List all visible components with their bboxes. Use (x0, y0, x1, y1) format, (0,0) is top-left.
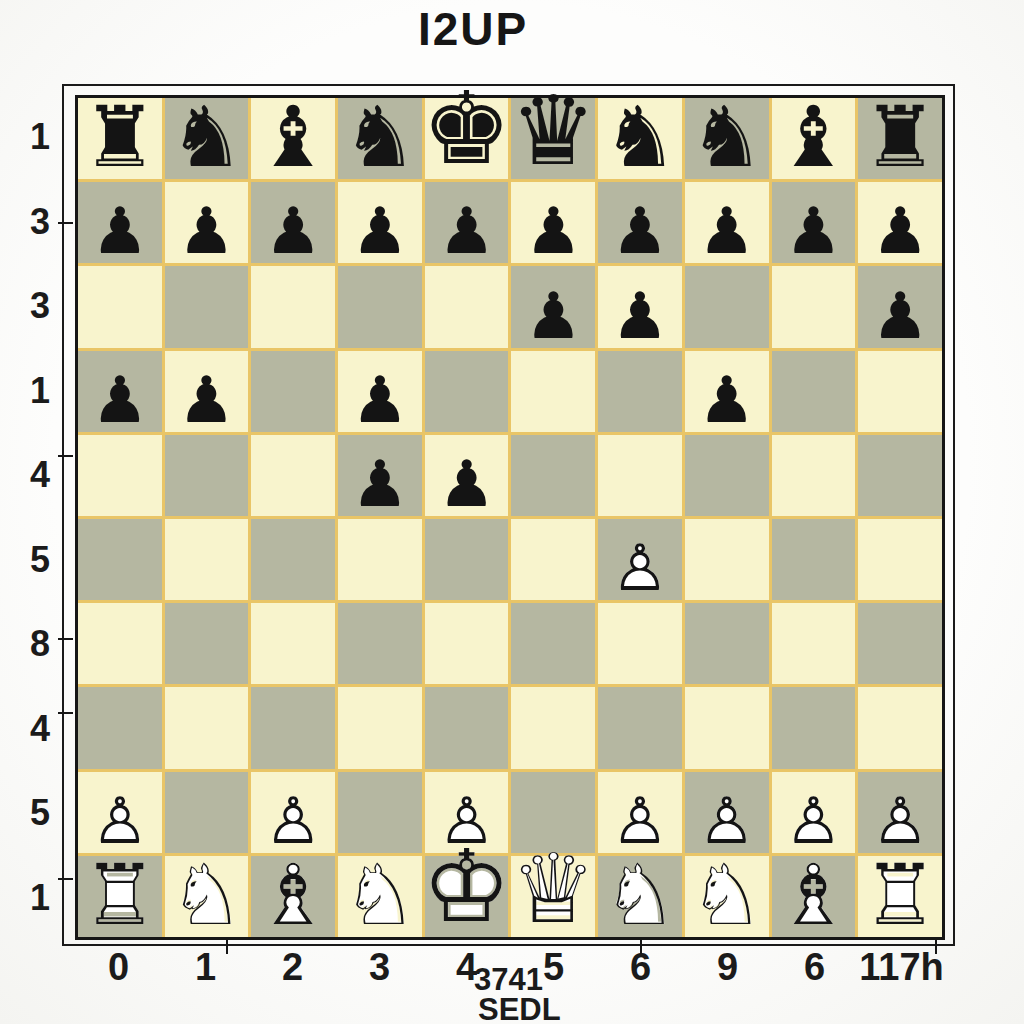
black-pawn-icon: ♟ (611, 284, 668, 348)
black-king-icon: ♚ (422, 79, 512, 179)
square-r6c9[interactable] (772, 519, 856, 600)
square-r1c7[interactable]: ♞ (598, 98, 682, 179)
square-r1c8[interactable]: ♞ (685, 98, 769, 179)
square-r5c8[interactable] (685, 435, 769, 516)
black-knight-icon: ♞ (602, 95, 677, 179)
square-r8c10[interactable] (858, 687, 942, 768)
square-r10c3[interactable]: ♝♗ (251, 856, 335, 937)
rank-label: 1 (10, 349, 58, 434)
square-r2c4[interactable]: ♟ (338, 182, 422, 263)
white-pawn-icon: ♟♙ (438, 789, 495, 853)
square-r4c10[interactable] (858, 351, 942, 432)
square-r10c5[interactable]: ♚♔ (425, 856, 509, 937)
rank-label: 5 (10, 518, 58, 603)
square-r7c6[interactable] (511, 603, 595, 684)
file-label: 0 (75, 946, 162, 992)
black-queen-icon: ♛ (510, 83, 596, 179)
square-r1c6[interactable]: ♛ (511, 98, 595, 179)
square-r2c3[interactable]: ♟ (251, 182, 335, 263)
square-r3c4[interactable] (338, 266, 422, 347)
square-r4c2[interactable]: ♟ (165, 351, 249, 432)
tick-mark (58, 638, 73, 640)
square-r10c4[interactable]: ♞♘ (338, 856, 422, 937)
white-knight-icon: ♞♘ (169, 853, 244, 937)
square-r9c8[interactable]: ♟♙ (685, 772, 769, 853)
file-label: 1 (162, 946, 249, 992)
square-r3c2[interactable] (165, 266, 249, 347)
white-knight-icon: ♞♘ (689, 853, 764, 937)
black-pawn-icon: ♟ (351, 368, 408, 432)
square-r7c10[interactable] (858, 603, 942, 684)
rank-label: 3 (10, 180, 58, 265)
square-r5c4[interactable]: ♟ (338, 435, 422, 516)
square-r9c9[interactable]: ♟♙ (772, 772, 856, 853)
tick-mark (58, 455, 73, 457)
black-rook-icon: ♜ (82, 95, 157, 179)
square-r2c6[interactable]: ♟ (511, 182, 595, 263)
black-pawn-icon: ♟ (525, 199, 582, 263)
square-r5c2[interactable] (165, 435, 249, 516)
square-r9c6[interactable] (511, 772, 595, 853)
square-r8c3[interactable] (251, 687, 335, 768)
black-pawn-icon: ♟ (351, 199, 408, 263)
white-queen-icon: ♛♕ (510, 841, 596, 937)
tick-mark (640, 940, 642, 954)
black-pawn-icon: ♟ (91, 199, 148, 263)
square-r6c10[interactable] (858, 519, 942, 600)
square-r2c10[interactable]: ♟ (858, 182, 942, 263)
square-r5c6[interactable] (511, 435, 595, 516)
square-r9c4[interactable] (338, 772, 422, 853)
white-pawn-icon: ♟♙ (785, 789, 842, 853)
square-r7c3[interactable] (251, 603, 335, 684)
square-r10c8[interactable]: ♞♘ (685, 856, 769, 937)
square-r8c2[interactable] (165, 687, 249, 768)
black-pawn-icon: ♟ (525, 284, 582, 348)
black-bishop-icon: ♝ (256, 95, 331, 179)
square-r7c7[interactable] (598, 603, 682, 684)
rank-label: 1 (10, 856, 58, 941)
black-knight-icon: ♞ (689, 95, 764, 179)
square-r8c7[interactable] (598, 687, 682, 768)
rank-label: 3 (10, 264, 58, 349)
square-r4c5[interactable] (425, 351, 509, 432)
square-r5c1[interactable] (78, 435, 162, 516)
square-r8c6[interactable] (511, 687, 595, 768)
square-r6c8[interactable] (685, 519, 769, 600)
file-label: 6 (771, 946, 858, 992)
square-r8c4[interactable] (338, 687, 422, 768)
white-pawn-icon: ♟♙ (611, 789, 668, 853)
square-r9c3[interactable]: ♟♙ (251, 772, 335, 853)
black-pawn-icon: ♟ (438, 452, 495, 516)
square-r5c9[interactable] (772, 435, 856, 516)
square-r3c10[interactable]: ♟ (858, 266, 942, 347)
square-r3c7[interactable]: ♟ (598, 266, 682, 347)
square-r7c4[interactable] (338, 603, 422, 684)
square-r1c4[interactable]: ♞ (338, 98, 422, 179)
square-r7c1[interactable] (78, 603, 162, 684)
black-pawn-icon: ♟ (871, 199, 928, 263)
square-r3c6[interactable]: ♟ (511, 266, 595, 347)
tick-mark (58, 878, 73, 880)
square-r6c2[interactable] (165, 519, 249, 600)
square-r2c1[interactable]: ♟ (78, 182, 162, 263)
square-r9c10[interactable]: ♟♙ (858, 772, 942, 853)
square-r6c3[interactable] (251, 519, 335, 600)
black-pawn-icon: ♟ (265, 199, 322, 263)
file-label: 3 (336, 946, 423, 992)
square-r10c2[interactable]: ♞♘ (165, 856, 249, 937)
white-pawn-icon: ♟♙ (611, 536, 668, 600)
tick-mark (58, 222, 73, 224)
black-knight-icon: ♞ (342, 95, 417, 179)
square-r5c7[interactable] (598, 435, 682, 516)
square-r4c3[interactable] (251, 351, 335, 432)
square-r5c3[interactable] (251, 435, 335, 516)
file-label: 2 (249, 946, 336, 992)
square-r4c6[interactable] (511, 351, 595, 432)
square-r4c1[interactable]: ♟ (78, 351, 162, 432)
square-r1c5[interactable]: ♚ (425, 98, 509, 179)
black-pawn-icon: ♟ (785, 199, 842, 263)
square-r2c7[interactable]: ♟ (598, 182, 682, 263)
square-r1c2[interactable]: ♞ (165, 98, 249, 179)
black-pawn-icon: ♟ (611, 199, 668, 263)
white-knight-icon: ♞♘ (602, 853, 677, 937)
black-pawn-icon: ♟ (91, 368, 148, 432)
black-pawn-icon: ♟ (698, 199, 755, 263)
black-pawn-icon: ♟ (438, 199, 495, 263)
white-rook-icon: ♜♖ (82, 853, 157, 937)
black-knight-icon: ♞ (169, 95, 244, 179)
tick-mark (58, 712, 73, 714)
square-r1c9[interactable]: ♝ (772, 98, 856, 179)
square-r6c7[interactable]: ♟♙ (598, 519, 682, 600)
square-r3c3[interactable] (251, 266, 335, 347)
square-r1c3[interactable]: ♝ (251, 98, 335, 179)
square-r5c10[interactable] (858, 435, 942, 516)
stray-label-letters: SEDL (478, 992, 561, 1024)
square-r2c5[interactable]: ♟ (425, 182, 509, 263)
chess-diagram: I2UP 1331458451 ♜♞♝♞♚♛♞♞♝♜♟♟♟♟♟♟♟♟♟♟♟♟♟♟… (0, 0, 1024, 1024)
rank-label: 8 (10, 602, 58, 687)
diagram-title: I2UP (418, 2, 618, 56)
square-r7c5[interactable] (425, 603, 509, 684)
square-r3c8[interactable] (685, 266, 769, 347)
square-r6c4[interactable] (338, 519, 422, 600)
square-r2c8[interactable]: ♟ (685, 182, 769, 263)
white-pawn-icon: ♟♙ (91, 789, 148, 853)
square-r8c9[interactable] (772, 687, 856, 768)
black-rook-icon: ♜ (862, 95, 937, 179)
white-pawn-icon: ♟♙ (265, 789, 322, 853)
square-r10c1[interactable]: ♜♖ (78, 856, 162, 937)
square-r10c9[interactable]: ♝♗ (772, 856, 856, 937)
square-r4c8[interactable]: ♟ (685, 351, 769, 432)
square-r7c9[interactable] (772, 603, 856, 684)
square-r9c2[interactable] (165, 772, 249, 853)
rank-label: 5 (10, 771, 58, 856)
square-r6c6[interactable] (511, 519, 595, 600)
square-r2c9[interactable]: ♟ (772, 182, 856, 263)
black-pawn-icon: ♟ (178, 368, 235, 432)
black-pawn-icon: ♟ (871, 284, 928, 348)
rank-labels: 1331458451 (10, 95, 58, 940)
square-r8c5[interactable] (425, 687, 509, 768)
black-pawn-icon: ♟ (351, 452, 408, 516)
square-r9c5[interactable]: ♟♙ (425, 772, 509, 853)
square-r3c5[interactable] (425, 266, 509, 347)
square-r2c2[interactable]: ♟ (165, 182, 249, 263)
square-r7c8[interactable] (685, 603, 769, 684)
square-r3c1[interactable] (78, 266, 162, 347)
tick-mark (226, 940, 228, 954)
rank-label: 4 (10, 433, 58, 518)
square-r8c1[interactable] (78, 687, 162, 768)
white-knight-icon: ♞♘ (342, 853, 417, 937)
square-r3c9[interactable] (772, 266, 856, 347)
file-label: 117h (858, 946, 945, 992)
square-r10c7[interactable]: ♞♘ (598, 856, 682, 937)
white-rook-icon: ♜♖ (862, 853, 937, 937)
rank-label: 1 (10, 95, 58, 180)
square-r10c10[interactable]: ♜♖ (858, 856, 942, 937)
rank-label: 4 (10, 687, 58, 772)
square-r9c7[interactable]: ♟♙ (598, 772, 682, 853)
square-r7c2[interactable] (165, 603, 249, 684)
square-r4c9[interactable] (772, 351, 856, 432)
square-r9c1[interactable]: ♟♙ (78, 772, 162, 853)
white-pawn-icon: ♟♙ (698, 789, 755, 853)
white-bishop-icon: ♝♗ (776, 853, 851, 937)
white-pawn-icon: ♟♙ (871, 789, 928, 853)
black-pawn-icon: ♟ (178, 199, 235, 263)
file-label: 9 (684, 946, 771, 992)
tick-mark (935, 940, 937, 954)
square-r8c8[interactable] (685, 687, 769, 768)
square-r4c7[interactable] (598, 351, 682, 432)
square-r5c5[interactable]: ♟ (425, 435, 509, 516)
square-r6c1[interactable] (78, 519, 162, 600)
black-pawn-icon: ♟ (698, 368, 755, 432)
square-r1c1[interactable]: ♜ (78, 98, 162, 179)
black-bishop-icon: ♝ (776, 95, 851, 179)
white-bishop-icon: ♝♗ (256, 853, 331, 937)
square-r6c5[interactable] (425, 519, 509, 600)
square-r1c10[interactable]: ♜ (858, 98, 942, 179)
square-r4c4[interactable]: ♟ (338, 351, 422, 432)
chess-board: ♜♞♝♞♚♛♞♞♝♜♟♟♟♟♟♟♟♟♟♟♟♟♟♟♟♟♟♟♟♟♙♟♙♟♙♟♙♟♙♟… (75, 95, 945, 940)
square-r10c6[interactable]: ♛♕ (511, 856, 595, 937)
